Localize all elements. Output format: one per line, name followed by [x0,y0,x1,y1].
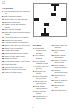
page-number-top: 12 [2,2,5,5]
clue: 30 Bend down low [52,84,68,89]
clue-number: 25 [52,74,55,76]
clue: 25 Small bite to eat [52,74,68,79]
clue-number: 6 [33,75,35,77]
clue: 14 Came up to the surface again [2,23,31,28]
clue-number: 15 [2,28,5,30]
across-clues-column: ACROSS 1 Hot morning drink for most of u… [2,7,31,74]
clue: 8 Long chatty letters home [33,85,49,90]
clue-number: 31 [52,89,55,91]
down-clues-column-1: DOWN 1 Mend with needle and thread2 Very… [33,44,49,100]
clue-number: 1 [2,10,4,12]
clue: 17 Held dear above all others [2,36,31,38]
clue: 20 Single winter snowflake [52,54,68,59]
clue-number: 5 [33,70,35,72]
across-header: ACROSS [2,7,31,10]
clue-number: 4 [33,65,35,67]
clue: 13 Put to good use [52,49,68,54]
clue: 5 Not quite as much [33,70,49,75]
clue-number: 36 [2,68,5,70]
clue: 1 Hot morning drink for most of us [2,10,31,15]
clue-number: 21 [52,59,55,61]
clue-number: 1 [33,47,35,49]
clue-number: 28 [2,52,5,54]
clue-number: 18 [2,39,5,41]
clue: 11 Gets ready for the big day [2,18,31,20]
clue-number: 33 [2,60,5,62]
clue-number: 19 [2,41,5,43]
clue-number: 24 [52,69,55,71]
clue-number: 3 [33,60,35,62]
clue-number: 10 [33,95,36,97]
clue-number: 7 [33,80,35,82]
grid-cell [64,33,66,35]
clue-number: 23 [52,64,55,66]
clue: 2 Very angry indeed [33,54,49,59]
clue: 1 Mend with needle and thread [33,47,49,54]
down-clue-list-2: 12 Large vase for flowers13 Put to good … [52,44,68,92]
clue: 22 Out in the open for all to see [2,44,31,46]
clue-number: 11 [2,18,5,20]
clue-number: 30 [52,84,55,86]
clue: 16 Not often seen around these parts [2,31,31,36]
clue: 21 Came a good deal closer [52,59,68,64]
clue-number: 14 [2,23,5,25]
clue: 9 Gave out the cards [33,90,49,95]
clue-number: 8 [33,85,35,87]
page-number-bottom: 7 [32,106,33,109]
clue: 10 Paused for a short while [33,95,49,100]
clue-number: 32 [2,57,5,59]
crossword-grid [33,3,67,37]
clue-number: 20 [52,54,55,56]
clue-number: 29 [2,55,5,57]
down-header: DOWN [33,44,49,47]
clue-number: 13 [2,21,5,23]
down-clues-column-2: 12 Large vase for flowers13 Put to good … [52,44,68,92]
clue: 3 Keep going without a rest [33,60,49,65]
clue-number: 37 [2,71,5,73]
clue-number: 12 [52,44,55,46]
clue: 24 Sound bouncing back [52,69,68,74]
clue-number: 35 [2,66,5,68]
clue: 26 Was in debt to the bank [52,79,68,84]
clue-number: 17 [2,36,5,38]
clue-number: 13 [52,49,55,51]
clue-number: 23 [2,47,5,49]
across-clue-list: 1 Hot morning drink for most of us8 Litt… [2,10,31,73]
clue-number: 22 [2,44,5,46]
clue-number: 26 [52,79,55,81]
clue-number: 16 [2,31,5,33]
clue-number: 27 [2,49,5,51]
crossword-page: 12 ACROSS 1 Hot morning drink for most o… [0,0,70,112]
clue: 6 Make amends for a wrong [33,75,49,80]
clue-number: 9 [33,90,35,92]
clue: 31 Not shut at all [52,89,68,91]
clue: 23 Tree grown from an acorn [52,64,68,69]
down-clue-list-1: 1 Mend with needle and thread2 Very angr… [33,47,49,99]
clue: 12 Large vase for flowers [52,44,68,49]
clue-number: 34 [2,63,5,65]
clue-number: 2 [33,54,35,56]
clue: 7 Taken step by careful step [33,80,49,85]
clue-number: 8 [2,15,4,17]
clue: 4 Led the way up the hill [33,65,49,70]
clue: 37 Main evening meal [2,71,31,73]
